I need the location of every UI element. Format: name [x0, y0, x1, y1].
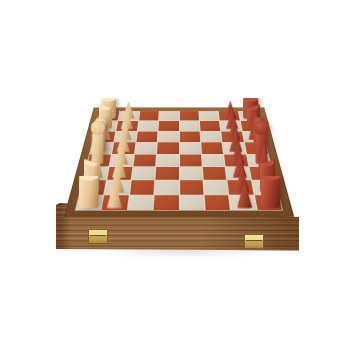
brass-clasp-icon	[88, 229, 108, 244]
square-c5[interactable]	[179, 131, 200, 142]
square-f5[interactable]	[180, 167, 203, 180]
square-g4[interactable]	[155, 180, 179, 194]
square-b6[interactable]	[200, 121, 221, 131]
square-e5[interactable]	[180, 154, 202, 166]
square-d6[interactable]	[201, 142, 223, 153]
square-f3[interactable]	[132, 167, 156, 180]
square-g3[interactable]	[130, 180, 155, 194]
square-a3[interactable]	[139, 111, 159, 120]
chess-board	[64, 108, 294, 217]
square-c6[interactable]	[200, 131, 221, 142]
square-d5[interactable]	[179, 142, 200, 153]
square-g6[interactable]	[204, 180, 229, 194]
square-b5[interactable]	[179, 121, 199, 131]
red-rook[interactable]	[261, 176, 281, 208]
square-e3[interactable]	[133, 154, 156, 166]
square-g5[interactable]	[180, 180, 204, 194]
square-c4[interactable]	[158, 131, 179, 142]
square-f4[interactable]	[156, 167, 179, 180]
square-e4[interactable]	[156, 154, 178, 166]
square-a6[interactable]	[199, 111, 219, 120]
square-h3[interactable]	[128, 195, 154, 210]
square-b3[interactable]	[138, 121, 159, 131]
square-f6[interactable]	[203, 167, 227, 180]
square-a5[interactable]	[179, 111, 198, 120]
square-h4[interactable]	[154, 195, 179, 210]
square-h6[interactable]	[205, 195, 231, 210]
square-a4[interactable]	[159, 111, 178, 120]
square-d4[interactable]	[157, 142, 178, 153]
square-d3[interactable]	[135, 142, 157, 153]
board-scene	[0, 0, 350, 350]
product-photo	[0, 0, 350, 350]
square-h5[interactable]	[180, 195, 205, 210]
square-b4[interactable]	[159, 121, 179, 131]
square-c3[interactable]	[136, 131, 157, 142]
brass-clasp-icon	[244, 234, 264, 249]
white-rook[interactable]	[79, 176, 99, 208]
square-e6[interactable]	[202, 154, 225, 166]
